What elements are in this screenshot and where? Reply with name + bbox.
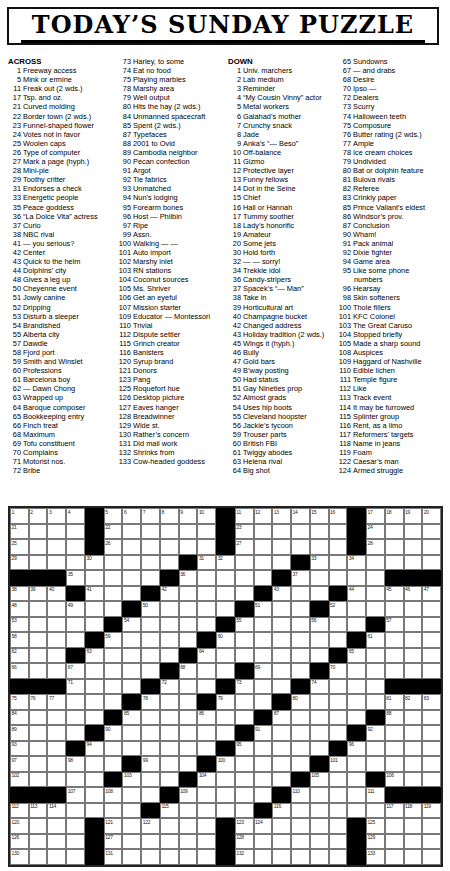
white-cell[interactable] <box>404 632 423 648</box>
white-cell[interactable] <box>235 586 254 602</box>
white-cell[interactable] <box>404 663 423 679</box>
white-cell[interactable]: 74 <box>310 679 329 695</box>
white-cell[interactable] <box>329 539 348 555</box>
white-cell[interactable]: 38 <box>10 586 29 602</box>
white-cell[interactable] <box>385 524 404 540</box>
white-cell[interactable] <box>160 694 179 710</box>
white-cell[interactable] <box>141 524 160 540</box>
white-cell[interactable] <box>66 539 85 555</box>
white-cell[interactable] <box>272 648 291 664</box>
white-cell[interactable] <box>404 524 423 540</box>
white-cell[interactable] <box>404 648 423 664</box>
white-cell[interactable] <box>310 818 329 834</box>
white-cell[interactable] <box>66 849 85 865</box>
white-cell[interactable] <box>422 663 441 679</box>
white-cell[interactable]: 132 <box>235 849 254 865</box>
white-cell[interactable] <box>85 787 104 803</box>
white-cell[interactable] <box>254 648 273 664</box>
white-cell[interactable]: 13 <box>272 508 291 524</box>
white-cell[interactable] <box>216 601 235 617</box>
white-cell[interactable] <box>310 849 329 865</box>
white-cell[interactable] <box>385 601 404 617</box>
white-cell[interactable] <box>197 818 216 834</box>
white-cell[interactable]: 110 <box>291 787 310 803</box>
white-cell[interactable]: 125 <box>366 818 385 834</box>
white-cell[interactable] <box>310 710 329 726</box>
white-cell[interactable] <box>272 524 291 540</box>
white-cell[interactable] <box>272 849 291 865</box>
white-cell[interactable] <box>291 710 310 726</box>
white-cell[interactable]: 9 <box>179 508 198 524</box>
white-cell[interactable] <box>122 725 141 741</box>
white-cell[interactable] <box>422 524 441 540</box>
white-cell[interactable] <box>291 648 310 664</box>
white-cell[interactable]: 51 <box>254 601 273 617</box>
white-cell[interactable] <box>254 694 273 710</box>
white-cell[interactable] <box>141 725 160 741</box>
white-cell[interactable] <box>29 710 48 726</box>
white-cell[interactable] <box>385 741 404 757</box>
white-cell[interactable]: 64 <box>197 648 216 664</box>
white-cell[interactable] <box>122 679 141 695</box>
white-cell[interactable] <box>160 524 179 540</box>
white-cell[interactable] <box>47 849 66 865</box>
white-cell[interactable]: 71 <box>66 679 85 695</box>
white-cell[interactable]: 97 <box>10 756 29 772</box>
white-cell[interactable] <box>366 586 385 602</box>
white-cell[interactable] <box>179 539 198 555</box>
white-cell[interactable] <box>291 849 310 865</box>
white-cell[interactable] <box>47 741 66 757</box>
white-cell[interactable] <box>254 679 273 695</box>
white-cell[interactable] <box>179 849 198 865</box>
white-cell[interactable] <box>310 648 329 664</box>
white-cell[interactable] <box>385 756 404 772</box>
white-cell[interactable] <box>179 818 198 834</box>
white-cell[interactable] <box>385 849 404 865</box>
white-cell[interactable] <box>235 772 254 788</box>
white-cell[interactable] <box>310 834 329 850</box>
white-cell[interactable] <box>422 741 441 757</box>
white-cell[interactable] <box>47 834 66 850</box>
white-cell[interactable] <box>422 834 441 850</box>
white-cell[interactable]: 112 <box>10 803 29 819</box>
white-cell[interactable] <box>66 725 85 741</box>
white-cell[interactable] <box>329 632 348 648</box>
white-cell[interactable] <box>104 586 123 602</box>
white-cell[interactable]: 105 <box>310 772 329 788</box>
white-cell[interactable]: 59 <box>104 632 123 648</box>
white-cell[interactable]: 133 <box>366 849 385 865</box>
white-cell[interactable]: 89 <box>10 725 29 741</box>
white-cell[interactable] <box>160 772 179 788</box>
white-cell[interactable] <box>122 555 141 571</box>
white-cell[interactable]: 18 <box>385 508 404 524</box>
white-cell[interactable]: 69 <box>254 663 273 679</box>
white-cell[interactable] <box>404 818 423 834</box>
white-cell[interactable] <box>47 632 66 648</box>
white-cell[interactable] <box>366 570 385 586</box>
white-cell[interactable] <box>197 834 216 850</box>
white-cell[interactable]: 44 <box>347 586 366 602</box>
white-cell[interactable]: 111 <box>366 787 385 803</box>
white-cell[interactable] <box>47 772 66 788</box>
white-cell[interactable] <box>104 741 123 757</box>
white-cell[interactable] <box>29 539 48 555</box>
white-cell[interactable]: 87 <box>272 710 291 726</box>
white-cell[interactable]: 99 <box>141 756 160 772</box>
white-cell[interactable] <box>422 617 441 633</box>
white-cell[interactable] <box>404 601 423 617</box>
white-cell[interactable]: 128 <box>235 834 254 850</box>
white-cell[interactable] <box>141 632 160 648</box>
white-cell[interactable]: 122 <box>141 818 160 834</box>
white-cell[interactable]: 119 <box>422 803 441 819</box>
white-cell[interactable] <box>29 725 48 741</box>
white-cell[interactable] <box>197 617 216 633</box>
white-cell[interactable]: 75 <box>10 694 29 710</box>
white-cell[interactable] <box>179 834 198 850</box>
white-cell[interactable] <box>179 741 198 757</box>
white-cell[interactable] <box>310 539 329 555</box>
white-cell[interactable] <box>404 710 423 726</box>
white-cell[interactable] <box>235 648 254 664</box>
white-cell[interactable]: 46 <box>404 586 423 602</box>
white-cell[interactable] <box>85 617 104 633</box>
white-cell[interactable] <box>29 772 48 788</box>
white-cell[interactable] <box>141 539 160 555</box>
white-cell[interactable] <box>104 555 123 571</box>
white-cell[interactable] <box>47 601 66 617</box>
white-cell[interactable] <box>291 632 310 648</box>
white-cell[interactable] <box>366 648 385 664</box>
white-cell[interactable] <box>216 772 235 788</box>
white-cell[interactable] <box>197 849 216 865</box>
white-cell[interactable] <box>329 818 348 834</box>
white-cell[interactable]: 54 <box>122 617 141 633</box>
white-cell[interactable] <box>291 725 310 741</box>
white-cell[interactable] <box>272 601 291 617</box>
white-cell[interactable] <box>347 756 366 772</box>
white-cell[interactable] <box>160 834 179 850</box>
white-cell[interactable] <box>347 803 366 819</box>
white-cell[interactable]: 26 <box>104 539 123 555</box>
white-cell[interactable] <box>404 725 423 741</box>
white-cell[interactable] <box>197 787 216 803</box>
white-cell[interactable] <box>291 834 310 850</box>
white-cell[interactable] <box>85 710 104 726</box>
white-cell[interactable] <box>366 741 385 757</box>
white-cell[interactable]: 21 <box>10 524 29 540</box>
white-cell[interactable] <box>291 818 310 834</box>
white-cell[interactable] <box>422 772 441 788</box>
white-cell[interactable]: 98 <box>66 756 85 772</box>
white-cell[interactable] <box>85 570 104 586</box>
white-cell[interactable]: 27 <box>235 539 254 555</box>
white-cell[interactable]: 77 <box>47 694 66 710</box>
white-cell[interactable]: 15 <box>310 508 329 524</box>
white-cell[interactable] <box>29 555 48 571</box>
white-cell[interactable] <box>141 787 160 803</box>
white-cell[interactable] <box>122 632 141 648</box>
white-cell[interactable] <box>197 663 216 679</box>
white-cell[interactable] <box>29 601 48 617</box>
white-cell[interactable]: 10 <box>197 508 216 524</box>
white-cell[interactable] <box>85 679 104 695</box>
white-cell[interactable] <box>85 756 104 772</box>
white-cell[interactable] <box>66 524 85 540</box>
white-cell[interactable] <box>179 617 198 633</box>
white-cell[interactable] <box>66 710 85 726</box>
white-cell[interactable]: 39 <box>29 586 48 602</box>
white-cell[interactable]: 117 <box>385 803 404 819</box>
white-cell[interactable] <box>291 586 310 602</box>
white-cell[interactable] <box>310 741 329 757</box>
white-cell[interactable] <box>366 756 385 772</box>
white-cell[interactable] <box>272 539 291 555</box>
white-cell[interactable] <box>160 632 179 648</box>
white-cell[interactable] <box>291 663 310 679</box>
white-cell[interactable]: 12 <box>254 508 273 524</box>
white-cell[interactable] <box>254 524 273 540</box>
white-cell[interactable] <box>254 632 273 648</box>
white-cell[interactable] <box>272 632 291 648</box>
white-cell[interactable] <box>272 818 291 834</box>
white-cell[interactable]: 32 <box>216 555 235 571</box>
white-cell[interactable]: 103 <box>122 772 141 788</box>
white-cell[interactable] <box>272 663 291 679</box>
white-cell[interactable] <box>385 648 404 664</box>
white-cell[interactable] <box>422 756 441 772</box>
white-cell[interactable]: 73 <box>235 679 254 695</box>
white-cell[interactable]: 33 <box>310 555 329 571</box>
white-cell[interactable]: 102 <box>10 772 29 788</box>
white-cell[interactable]: 3 <box>47 508 66 524</box>
white-cell[interactable] <box>104 663 123 679</box>
white-cell[interactable] <box>422 818 441 834</box>
white-cell[interactable] <box>66 772 85 788</box>
white-cell[interactable] <box>160 849 179 865</box>
white-cell[interactable] <box>66 632 85 648</box>
white-cell[interactable] <box>85 601 104 617</box>
white-cell[interactable] <box>104 694 123 710</box>
white-cell[interactable]: 116 <box>272 803 291 819</box>
white-cell[interactable] <box>235 803 254 819</box>
white-cell[interactable] <box>160 710 179 726</box>
white-cell[interactable] <box>179 524 198 540</box>
white-cell[interactable]: 76 <box>29 694 48 710</box>
white-cell[interactable] <box>29 632 48 648</box>
white-cell[interactable] <box>47 756 66 772</box>
white-cell[interactable] <box>179 586 198 602</box>
white-cell[interactable] <box>160 741 179 757</box>
white-cell[interactable] <box>216 803 235 819</box>
white-cell[interactable] <box>347 601 366 617</box>
white-cell[interactable]: 80 <box>291 694 310 710</box>
white-cell[interactable] <box>122 834 141 850</box>
white-cell[interactable]: 131 <box>104 849 123 865</box>
white-cell[interactable] <box>385 539 404 555</box>
white-cell[interactable]: 53 <box>10 617 29 633</box>
white-cell[interactable] <box>329 787 348 803</box>
white-cell[interactable] <box>29 741 48 757</box>
white-cell[interactable] <box>85 772 104 788</box>
white-cell[interactable] <box>160 601 179 617</box>
white-cell[interactable] <box>66 818 85 834</box>
white-cell[interactable]: 49 <box>66 601 85 617</box>
white-cell[interactable] <box>122 586 141 602</box>
white-cell[interactable]: 60 <box>216 632 235 648</box>
white-cell[interactable] <box>104 648 123 664</box>
white-cell[interactable]: 41 <box>85 586 104 602</box>
white-cell[interactable]: 82 <box>404 694 423 710</box>
white-cell[interactable] <box>254 834 273 850</box>
white-cell[interactable] <box>254 570 273 586</box>
white-cell[interactable] <box>329 849 348 865</box>
white-cell[interactable] <box>104 679 123 695</box>
white-cell[interactable] <box>66 694 85 710</box>
white-cell[interactable] <box>366 803 385 819</box>
white-cell[interactable] <box>254 539 273 555</box>
white-cell[interactable] <box>329 555 348 571</box>
white-cell[interactable]: 129 <box>366 834 385 850</box>
white-cell[interactable] <box>422 632 441 648</box>
white-cell[interactable] <box>216 570 235 586</box>
white-cell[interactable] <box>272 772 291 788</box>
white-cell[interactable] <box>179 694 198 710</box>
white-cell[interactable] <box>160 555 179 571</box>
white-cell[interactable] <box>141 570 160 586</box>
white-cell[interactable] <box>404 849 423 865</box>
white-cell[interactable]: 22 <box>104 524 123 540</box>
white-cell[interactable] <box>47 539 66 555</box>
white-cell[interactable] <box>160 818 179 834</box>
white-cell[interactable]: 100 <box>216 756 235 772</box>
white-cell[interactable] <box>254 617 273 633</box>
white-cell[interactable] <box>179 632 198 648</box>
white-cell[interactable] <box>385 663 404 679</box>
white-cell[interactable]: 16 <box>329 508 348 524</box>
white-cell[interactable]: 55 <box>235 617 254 633</box>
white-cell[interactable] <box>385 818 404 834</box>
white-cell[interactable] <box>310 524 329 540</box>
white-cell[interactable]: 2 <box>29 508 48 524</box>
white-cell[interactable]: 88 <box>385 710 404 726</box>
white-cell[interactable] <box>422 601 441 617</box>
white-cell[interactable] <box>272 741 291 757</box>
white-cell[interactable]: 63 <box>85 648 104 664</box>
white-cell[interactable] <box>254 787 273 803</box>
white-cell[interactable] <box>141 648 160 664</box>
white-cell[interactable]: 11 <box>235 508 254 524</box>
white-cell[interactable] <box>254 756 273 772</box>
white-cell[interactable] <box>104 601 123 617</box>
white-cell[interactable]: 68 <box>179 663 198 679</box>
white-cell[interactable] <box>235 710 254 726</box>
white-cell[interactable] <box>347 694 366 710</box>
white-cell[interactable] <box>122 803 141 819</box>
white-cell[interactable]: 126 <box>10 834 29 850</box>
white-cell[interactable] <box>291 803 310 819</box>
white-cell[interactable] <box>291 524 310 540</box>
white-cell[interactable] <box>291 756 310 772</box>
white-cell[interactable] <box>366 601 385 617</box>
white-cell[interactable] <box>216 663 235 679</box>
white-cell[interactable]: 93 <box>10 741 29 757</box>
white-cell[interactable]: 5 <box>104 508 123 524</box>
white-cell[interactable]: 130 <box>10 849 29 865</box>
white-cell[interactable] <box>216 710 235 726</box>
white-cell[interactable] <box>29 648 48 664</box>
white-cell[interactable]: 29 <box>10 555 29 571</box>
white-cell[interactable] <box>216 648 235 664</box>
white-cell[interactable]: 8 <box>160 508 179 524</box>
white-cell[interactable] <box>329 679 348 695</box>
white-cell[interactable] <box>122 787 141 803</box>
white-cell[interactable]: 34 <box>347 555 366 571</box>
white-cell[interactable] <box>385 632 404 648</box>
white-cell[interactable] <box>385 555 404 571</box>
white-cell[interactable] <box>122 818 141 834</box>
white-cell[interactable] <box>385 834 404 850</box>
white-cell[interactable] <box>141 710 160 726</box>
white-cell[interactable]: 62 <box>10 648 29 664</box>
white-cell[interactable] <box>66 617 85 633</box>
white-cell[interactable]: 94 <box>85 741 104 757</box>
white-cell[interactable] <box>122 648 141 664</box>
white-cell[interactable]: 120 <box>10 818 29 834</box>
white-cell[interactable]: 42 <box>160 586 179 602</box>
white-cell[interactable] <box>235 632 254 648</box>
white-cell[interactable] <box>47 725 66 741</box>
white-cell[interactable] <box>122 663 141 679</box>
white-cell[interactable]: 123 <box>235 818 254 834</box>
white-cell[interactable] <box>197 725 216 741</box>
white-cell[interactable] <box>235 570 254 586</box>
white-cell[interactable] <box>329 570 348 586</box>
white-cell[interactable]: 114 <box>47 803 66 819</box>
white-cell[interactable] <box>254 741 273 757</box>
white-cell[interactable]: 92 <box>366 725 385 741</box>
white-cell[interactable] <box>179 710 198 726</box>
white-cell[interactable]: 101 <box>329 756 348 772</box>
white-cell[interactable] <box>291 601 310 617</box>
white-cell[interactable] <box>66 834 85 850</box>
white-cell[interactable]: 47 <box>422 586 441 602</box>
white-cell[interactable] <box>29 818 48 834</box>
white-cell[interactable]: 109 <box>179 787 198 803</box>
white-cell[interactable] <box>235 694 254 710</box>
white-cell[interactable] <box>347 570 366 586</box>
white-cell[interactable]: 61 <box>366 632 385 648</box>
white-cell[interactable]: 65 <box>347 648 366 664</box>
white-cell[interactable] <box>422 725 441 741</box>
white-cell[interactable] <box>347 663 366 679</box>
white-cell[interactable] <box>197 601 216 617</box>
white-cell[interactable]: 124 <box>254 818 273 834</box>
white-cell[interactable] <box>254 555 273 571</box>
white-cell[interactable] <box>29 617 48 633</box>
white-cell[interactable]: 36 <box>179 570 198 586</box>
white-cell[interactable] <box>160 648 179 664</box>
white-cell[interactable] <box>272 756 291 772</box>
white-cell[interactable] <box>347 710 366 726</box>
white-cell[interactable] <box>404 555 423 571</box>
white-cell[interactable] <box>47 818 66 834</box>
white-cell[interactable] <box>29 834 48 850</box>
white-cell[interactable] <box>179 725 198 741</box>
white-cell[interactable] <box>160 725 179 741</box>
